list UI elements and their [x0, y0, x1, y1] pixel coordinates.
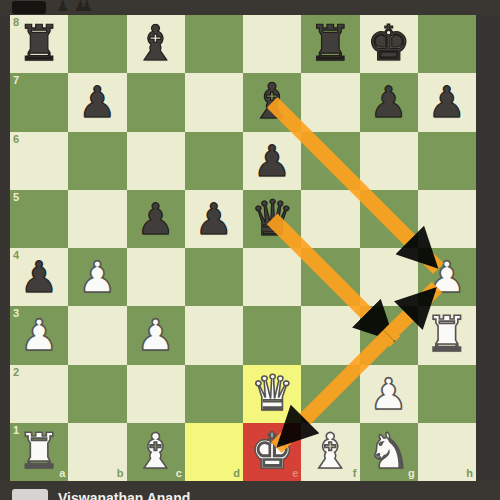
square-f8[interactable]: ♜ — [301, 15, 359, 73]
square-b6[interactable] — [68, 132, 126, 190]
square-f6[interactable] — [301, 132, 359, 190]
captured-pawn-icon: ♟ — [56, 0, 69, 15]
square-e1[interactable]: e♚ — [243, 423, 301, 481]
rank-label-7: 7 — [13, 75, 19, 86]
square-h7[interactable]: ♟ — [418, 73, 476, 131]
file-label-b: b — [117, 468, 124, 479]
square-b3[interactable] — [68, 306, 126, 364]
piece-black-rook-a8[interactable]: ♜ — [10, 15, 68, 73]
piece-black-bishop-e7[interactable]: ♝ — [243, 73, 301, 131]
piece-white-pawn-h4[interactable]: ♟ — [418, 248, 476, 306]
piece-white-pawn-g2[interactable]: ♟ — [360, 365, 418, 423]
piece-black-pawn-e6[interactable]: ♟ — [243, 132, 301, 190]
square-c8[interactable]: ♝ — [127, 15, 185, 73]
captured-pieces-tray: ♟♟♟ — [56, 0, 93, 15]
square-g2[interactable]: ♟ — [360, 365, 418, 423]
square-h1[interactable]: h — [418, 423, 476, 481]
square-h2[interactable] — [418, 365, 476, 423]
square-g1[interactable]: g♞ — [360, 423, 418, 481]
piece-white-bishop-c1[interactable]: ♝ — [127, 423, 185, 481]
rank-label-5: 5 — [13, 192, 19, 203]
square-b1[interactable]: b — [68, 423, 126, 481]
square-e8[interactable] — [243, 15, 301, 73]
square-f5[interactable] — [301, 190, 359, 248]
square-c3[interactable]: ♟ — [127, 306, 185, 364]
square-d8[interactable] — [185, 15, 243, 73]
piece-black-pawn-b7[interactable]: ♟ — [68, 73, 126, 131]
square-f2[interactable] — [301, 365, 359, 423]
piece-white-queen-e2[interactable]: ♛ — [243, 365, 301, 423]
square-b5[interactable] — [68, 190, 126, 248]
square-d5[interactable]: ♟ — [185, 190, 243, 248]
square-a1[interactable]: 1a♜ — [10, 423, 68, 481]
rank-label-6: 6 — [13, 134, 19, 145]
square-e4[interactable] — [243, 248, 301, 306]
square-a5[interactable]: 5 — [10, 190, 68, 248]
square-e5[interactable]: ♛ — [243, 190, 301, 248]
square-g3[interactable] — [360, 306, 418, 364]
piece-white-pawn-b4[interactable]: ♟ — [68, 248, 126, 306]
square-a7[interactable]: 7 — [10, 73, 68, 131]
square-d7[interactable] — [185, 73, 243, 131]
square-d6[interactable] — [185, 132, 243, 190]
bottom-player-name: Viswanathan Anand — [58, 490, 190, 500]
chess-board: 8♜♝♜♚7♟♝♟♟6♟5♟♟♛4♟♟♟3♟♟♜2♛♟1a♜bc♝de♚f♝g♞… — [10, 15, 476, 481]
square-g7[interactable]: ♟ — [360, 73, 418, 131]
piece-white-rook-a1[interactable]: ♜ — [10, 423, 68, 481]
square-a3[interactable]: 3♟ — [10, 306, 68, 364]
top-player-avatar[interactable] — [12, 1, 46, 14]
square-g8[interactable]: ♚ — [360, 15, 418, 73]
square-b7[interactable]: ♟ — [68, 73, 126, 131]
square-c5[interactable]: ♟ — [127, 190, 185, 248]
square-c4[interactable] — [127, 248, 185, 306]
square-d3[interactable] — [185, 306, 243, 364]
piece-black-pawn-d5[interactable]: ♟ — [185, 190, 243, 248]
piece-white-bishop-f1[interactable]: ♝ — [301, 423, 359, 481]
piece-black-pawn-a4[interactable]: ♟ — [10, 248, 68, 306]
square-h4[interactable]: ♟ — [418, 248, 476, 306]
piece-white-pawn-c3[interactable]: ♟ — [127, 306, 185, 364]
piece-white-king-e1[interactable]: ♚ — [243, 423, 301, 481]
piece-black-king-g8[interactable]: ♚ — [360, 15, 418, 73]
square-d4[interactable] — [185, 248, 243, 306]
square-e2[interactable]: ♛ — [243, 365, 301, 423]
square-h6[interactable] — [418, 132, 476, 190]
square-f3[interactable] — [301, 306, 359, 364]
square-d2[interactable] — [185, 365, 243, 423]
square-c1[interactable]: c♝ — [127, 423, 185, 481]
square-g6[interactable] — [360, 132, 418, 190]
square-h3[interactable]: ♜ — [418, 306, 476, 364]
piece-black-bishop-c8[interactable]: ♝ — [127, 15, 185, 73]
square-c2[interactable] — [127, 365, 185, 423]
square-e7[interactable]: ♝ — [243, 73, 301, 131]
square-b4[interactable]: ♟ — [68, 248, 126, 306]
square-e3[interactable] — [243, 306, 301, 364]
piece-black-pawn-h7[interactable]: ♟ — [418, 73, 476, 131]
square-b2[interactable] — [68, 365, 126, 423]
piece-white-rook-h3[interactable]: ♜ — [418, 306, 476, 364]
square-c7[interactable] — [127, 73, 185, 131]
square-h8[interactable] — [418, 15, 476, 73]
square-f1[interactable]: f♝ — [301, 423, 359, 481]
piece-black-pawn-g7[interactable]: ♟ — [360, 73, 418, 131]
piece-black-queen-e5[interactable]: ♛ — [243, 190, 301, 248]
square-g5[interactable] — [360, 190, 418, 248]
square-d1[interactable]: d — [185, 423, 243, 481]
square-c6[interactable] — [127, 132, 185, 190]
bottom-player-avatar[interactable] — [12, 489, 48, 500]
piece-black-rook-f8[interactable]: ♜ — [301, 15, 359, 73]
square-a8[interactable]: 8♜ — [10, 15, 68, 73]
file-label-d: d — [233, 468, 240, 479]
square-a2[interactable]: 2 — [10, 365, 68, 423]
piece-white-pawn-a3[interactable]: ♟ — [10, 306, 68, 364]
bottom-player-bar: Viswanathan Anand — [0, 481, 500, 500]
square-e6[interactable]: ♟ — [243, 132, 301, 190]
captured-pawn-icon: ♟♟ — [73, 0, 93, 15]
square-a4[interactable]: 4♟ — [10, 248, 68, 306]
square-a6[interactable]: 6 — [10, 132, 68, 190]
square-f4[interactable] — [301, 248, 359, 306]
square-h5[interactable] — [418, 190, 476, 248]
rank-label-2: 2 — [13, 367, 19, 378]
square-f7[interactable] — [301, 73, 359, 131]
top-player-bar: ♟♟♟ — [0, 0, 500, 15]
file-label-h: h — [466, 468, 473, 479]
square-g4[interactable] — [360, 248, 418, 306]
piece-black-pawn-c5[interactable]: ♟ — [127, 190, 185, 248]
square-b8[interactable] — [68, 15, 126, 73]
piece-white-knight-g1[interactable]: ♞ — [360, 423, 418, 481]
